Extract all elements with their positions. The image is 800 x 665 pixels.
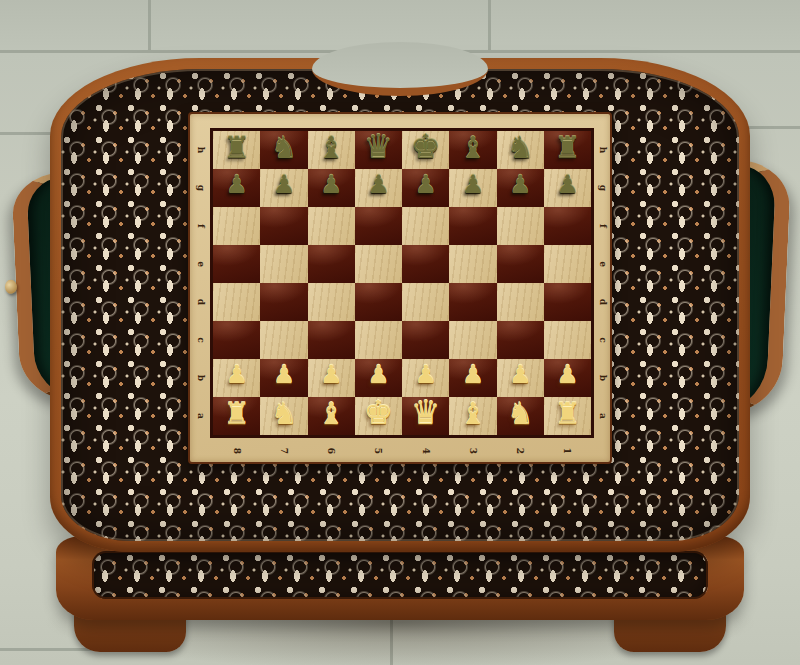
file-label-left-d: d <box>196 299 206 305</box>
file-label-right-g: g <box>598 185 608 191</box>
square-b7[interactable]: ♟ <box>260 359 307 397</box>
square-d6[interactable] <box>308 283 355 321</box>
square-f8[interactable] <box>213 207 260 245</box>
file-label-left-e: e <box>196 261 206 267</box>
square-g6[interactable]: ♟ <box>308 169 355 207</box>
rank-label-bottom-1: 1 <box>562 448 572 454</box>
piece-black-pawn[interactable]: ♟ <box>556 174 578 197</box>
piece-black-pawn[interactable]: ♟ <box>367 174 389 197</box>
square-e8[interactable] <box>213 245 260 283</box>
file-label-left-a: a <box>196 413 206 419</box>
square-c3[interactable] <box>449 321 496 359</box>
piece-black-king[interactable]: ♚ <box>411 132 441 162</box>
piece-black-knight[interactable]: ♞ <box>507 134 534 161</box>
square-f2[interactable] <box>497 207 544 245</box>
square-f1[interactable] <box>544 207 591 245</box>
file-label-right-f: f <box>598 224 608 228</box>
square-b3[interactable]: ♟ <box>449 359 496 397</box>
square-b4[interactable]: ♟ <box>402 359 449 397</box>
square-c7[interactable] <box>260 321 307 359</box>
square-b6[interactable]: ♟ <box>308 359 355 397</box>
square-e2[interactable] <box>497 245 544 283</box>
square-h6[interactable]: ♝ <box>308 131 355 169</box>
square-a7[interactable]: ♞ <box>260 397 307 435</box>
piece-black-pawn[interactable]: ♟ <box>509 174 531 197</box>
piece-white-king[interactable]: ♚ <box>364 398 394 428</box>
square-e6[interactable] <box>308 245 355 283</box>
rank-label-bottom-2: 2 <box>515 448 525 454</box>
square-d1[interactable] <box>544 283 591 321</box>
square-g3[interactable]: ♟ <box>449 169 496 207</box>
rank-label-bottom-6: 6 <box>326 448 336 454</box>
square-a2[interactable]: ♞ <box>497 397 544 435</box>
square-g1[interactable]: ♟ <box>544 169 591 207</box>
square-a3[interactable]: ♝ <box>449 397 496 435</box>
file-label-left-c: c <box>196 337 206 342</box>
piece-white-pawn[interactable]: ♟ <box>367 364 389 387</box>
piece-black-pawn[interactable]: ♟ <box>225 174 247 197</box>
square-h7[interactable]: ♞ <box>260 131 307 169</box>
piece-white-pawn[interactable]: ♟ <box>273 364 295 387</box>
piece-black-pawn[interactable]: ♟ <box>462 174 484 197</box>
square-c1[interactable] <box>544 321 591 359</box>
file-label-left-b: b <box>196 375 206 381</box>
square-a1[interactable]: ♜ <box>544 397 591 435</box>
rank-label-bottom-8: 8 <box>232 448 242 454</box>
piece-white-knight[interactable]: ♞ <box>270 400 297 427</box>
board-frame: ♜♞♝♛♚♝♞♜♟♟♟♟♟♟♟♟♟♟♟♟♟♟♟♟♜♞♝♚♛♝♞♜ <box>210 128 594 438</box>
square-h3[interactable]: ♝ <box>449 131 496 169</box>
piece-white-rook[interactable]: ♜ <box>554 400 581 427</box>
piece-white-pawn[interactable]: ♟ <box>556 364 578 387</box>
square-h2[interactable]: ♞ <box>497 131 544 169</box>
square-f4[interactable] <box>402 207 449 245</box>
square-e7[interactable] <box>260 245 307 283</box>
square-d4[interactable] <box>402 283 449 321</box>
piece-black-queen[interactable]: ♛ <box>364 132 394 162</box>
square-g7[interactable]: ♟ <box>260 169 307 207</box>
square-a6[interactable]: ♝ <box>308 397 355 435</box>
board-grid: ♜♞♝♛♚♝♞♜♟♟♟♟♟♟♟♟♟♟♟♟♟♟♟♟♜♞♝♚♛♝♞♜ <box>213 131 591 435</box>
rank-label-bottom-3: 3 <box>468 448 478 454</box>
rank-label-bottom-5: 5 <box>373 448 383 454</box>
square-h5[interactable]: ♛ <box>355 131 402 169</box>
square-g4[interactable]: ♟ <box>402 169 449 207</box>
piece-black-pawn[interactable]: ♟ <box>320 174 342 197</box>
piece-white-knight[interactable]: ♞ <box>507 400 534 427</box>
square-b1[interactable]: ♟ <box>544 359 591 397</box>
square-d5[interactable] <box>355 283 402 321</box>
piece-black-bishop[interactable]: ♝ <box>459 134 486 161</box>
square-c2[interactable] <box>497 321 544 359</box>
square-d2[interactable] <box>497 283 544 321</box>
rank-label-bottom-4: 4 <box>421 448 431 454</box>
piece-white-rook[interactable]: ♜ <box>223 400 250 427</box>
square-a8[interactable]: ♜ <box>213 397 260 435</box>
file-label-right-e: e <box>598 261 608 267</box>
square-g5[interactable]: ♟ <box>355 169 402 207</box>
square-d7[interactable] <box>260 283 307 321</box>
square-c6[interactable] <box>308 321 355 359</box>
square-e1[interactable] <box>544 245 591 283</box>
square-d8[interactable] <box>213 283 260 321</box>
file-label-left-h: h <box>196 147 206 154</box>
piece-black-rook[interactable]: ♜ <box>554 134 581 161</box>
file-label-right-d: d <box>598 299 608 305</box>
file-label-right-h: h <box>598 147 608 154</box>
square-h4[interactable]: ♚ <box>402 131 449 169</box>
square-f3[interactable] <box>449 207 496 245</box>
square-f7[interactable] <box>260 207 307 245</box>
table-top-dip <box>312 42 488 96</box>
rank-label-bottom-7: 7 <box>279 448 289 454</box>
square-a4[interactable]: ♛ <box>402 397 449 435</box>
square-e5[interactable] <box>355 245 402 283</box>
square-f6[interactable] <box>308 207 355 245</box>
piece-white-bishop[interactable]: ♝ <box>318 400 345 427</box>
piece-white-pawn[interactable]: ♟ <box>509 364 531 387</box>
square-b8[interactable]: ♟ <box>213 359 260 397</box>
square-h1[interactable]: ♜ <box>544 131 591 169</box>
piece-white-pawn[interactable]: ♟ <box>320 364 342 387</box>
piece-black-bishop[interactable]: ♝ <box>318 134 345 161</box>
square-b2[interactable]: ♟ <box>497 359 544 397</box>
file-label-left-f: f <box>196 224 206 228</box>
square-e4[interactable] <box>402 245 449 283</box>
square-h8[interactable]: ♜ <box>213 131 260 169</box>
file-label-right-b: b <box>598 375 608 381</box>
piece-white-pawn[interactable]: ♟ <box>225 364 247 387</box>
piece-black-knight[interactable]: ♞ <box>270 134 297 161</box>
square-e3[interactable] <box>449 245 496 283</box>
square-c5[interactable] <box>355 321 402 359</box>
file-label-right-c: c <box>598 337 608 342</box>
square-c4[interactable] <box>402 321 449 359</box>
piece-black-pawn[interactable]: ♟ <box>273 174 295 197</box>
square-d3[interactable] <box>449 283 496 321</box>
piece-black-pawn[interactable]: ♟ <box>414 174 436 197</box>
square-f5[interactable] <box>355 207 402 245</box>
piece-white-pawn[interactable]: ♟ <box>414 364 436 387</box>
stone-tile-joint <box>744 126 800 129</box>
file-label-left-g: g <box>196 185 206 191</box>
stone-tile-joint <box>488 0 491 50</box>
square-g2[interactable]: ♟ <box>497 169 544 207</box>
stone-background: ♜♞♝♛♚♝♞♜♟♟♟♟♟♟♟♟♟♟♟♟♟♟♟♟♜♞♝♚♛♝♞♜ hhggffe… <box>0 0 800 665</box>
square-c8[interactable] <box>213 321 260 359</box>
left-drawer-knob <box>5 280 18 295</box>
square-g8[interactable]: ♟ <box>213 169 260 207</box>
piece-white-bishop[interactable]: ♝ <box>459 400 486 427</box>
piece-black-rook[interactable]: ♜ <box>223 134 250 161</box>
file-label-right-a: a <box>598 413 608 419</box>
stone-tile-joint <box>148 0 151 50</box>
piece-white-pawn[interactable]: ♟ <box>462 364 484 387</box>
piece-white-queen[interactable]: ♛ <box>411 398 441 428</box>
square-a5[interactable]: ♚ <box>355 397 402 435</box>
chess-board: ♜♞♝♛♚♝♞♜♟♟♟♟♟♟♟♟♟♟♟♟♟♟♟♟♜♞♝♚♛♝♞♜ hhggffe… <box>188 112 612 464</box>
table-base-carving <box>92 551 708 599</box>
square-b5[interactable]: ♟ <box>355 359 402 397</box>
